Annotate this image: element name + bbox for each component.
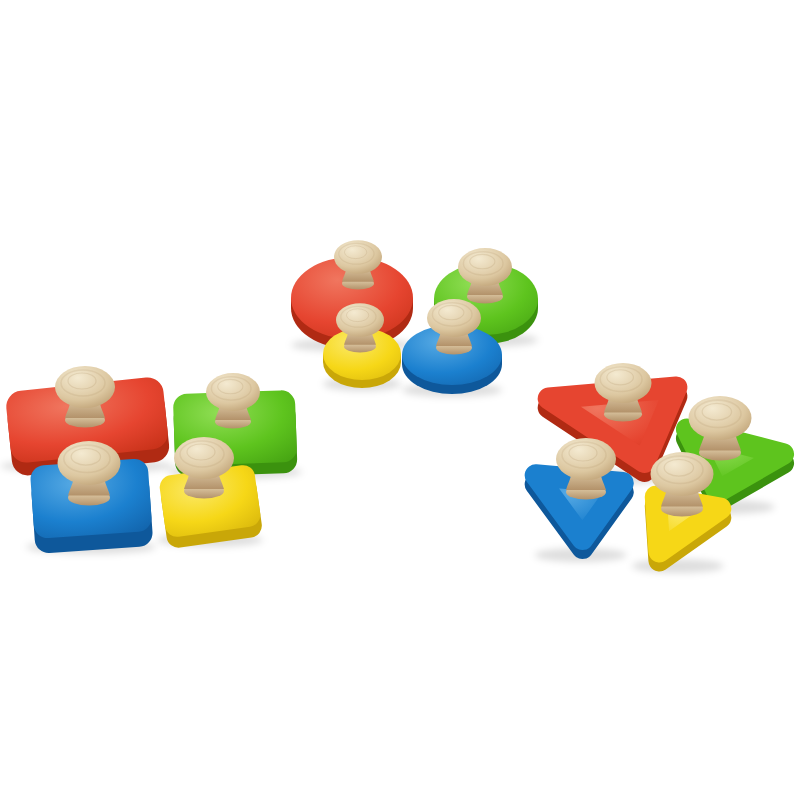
toy-scene-svg [0, 0, 800, 800]
circle-group [291, 240, 538, 397]
piece-shadow [632, 559, 724, 573]
blue-triangle-piece [535, 438, 627, 562]
square-group [0, 366, 302, 554]
triangle-group [535, 363, 783, 573]
knob-cap [55, 366, 115, 408]
knob-cap [556, 438, 616, 480]
knob-cap [427, 299, 481, 337]
knob-cap [458, 248, 512, 286]
knob-cap [336, 303, 384, 337]
product-photo [0, 0, 800, 800]
knob-cap [206, 373, 260, 411]
knob-cap [58, 441, 121, 485]
knob-cap [334, 240, 382, 274]
knob-cap [595, 363, 652, 403]
knob-cap [689, 396, 752, 440]
knob-cap [174, 437, 234, 479]
knob-cap [651, 452, 714, 496]
